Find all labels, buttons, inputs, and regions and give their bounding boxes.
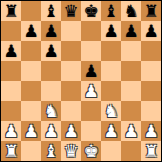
black-rook[interactable]: ♜: [143, 1, 158, 21]
black-rook[interactable]: ♜: [3, 1, 18, 21]
black-pawn[interactable]: ♟: [123, 21, 138, 41]
square-c1[interactable]: ♝: [41, 141, 61, 161]
square-e2[interactable]: [81, 121, 101, 141]
chess-board: ♜♝♛♚♝♞♜♟♟♟♟♟♟♟♟♟♞♞♟♟♟♟♟♟♟♜♝♛♚♜: [1, 1, 161, 161]
square-a5[interactable]: [1, 61, 21, 81]
square-e4[interactable]: ♟: [81, 81, 101, 101]
square-c6[interactable]: ♟: [41, 41, 61, 61]
square-b2[interactable]: ♟: [21, 121, 41, 141]
black-bishop[interactable]: ♝: [43, 1, 58, 21]
square-b1[interactable]: [21, 141, 41, 161]
square-g7[interactable]: ♟: [121, 21, 141, 41]
black-pawn[interactable]: ♟: [23, 21, 38, 41]
square-h3[interactable]: [141, 101, 161, 121]
white-knight[interactable]: ♞: [103, 101, 118, 121]
black-bishop[interactable]: ♝: [103, 1, 118, 21]
square-d6[interactable]: [61, 41, 81, 61]
square-g1[interactable]: [121, 141, 141, 161]
square-c2[interactable]: ♟: [41, 121, 61, 141]
square-f8[interactable]: ♝: [101, 1, 121, 21]
square-b8[interactable]: [21, 1, 41, 21]
square-a3[interactable]: [1, 101, 21, 121]
square-e5[interactable]: ♟: [81, 61, 101, 81]
square-e1[interactable]: ♚: [81, 141, 101, 161]
square-d4[interactable]: [61, 81, 81, 101]
square-a2[interactable]: ♟: [1, 121, 21, 141]
black-queen[interactable]: ♛: [63, 1, 78, 21]
square-f5[interactable]: [101, 61, 121, 81]
white-king[interactable]: ♚: [83, 141, 98, 161]
square-f3[interactable]: ♞: [101, 101, 121, 121]
square-e3[interactable]: [81, 101, 101, 121]
black-king[interactable]: ♚: [83, 1, 98, 21]
white-bishop[interactable]: ♝: [43, 141, 58, 161]
square-f7[interactable]: ♟: [101, 21, 121, 41]
square-c3[interactable]: ♞: [41, 101, 61, 121]
square-h6[interactable]: [141, 41, 161, 61]
black-pawn[interactable]: ♟: [143, 21, 158, 41]
square-b4[interactable]: [21, 81, 41, 101]
square-f4[interactable]: [101, 81, 121, 101]
square-h5[interactable]: [141, 61, 161, 81]
chess-board-frame: ♜♝♛♚♝♞♜♟♟♟♟♟♟♟♟♟♞♞♟♟♟♟♟♟♟♜♝♛♚♜: [0, 0, 162, 162]
square-d5[interactable]: [61, 61, 81, 81]
white-pawn[interactable]: ♟: [23, 121, 38, 141]
square-h7[interactable]: ♟: [141, 21, 161, 41]
square-a8[interactable]: ♜: [1, 1, 21, 21]
white-pawn[interactable]: ♟: [83, 81, 98, 101]
square-a6[interactable]: ♟: [1, 41, 21, 61]
square-d1[interactable]: ♛: [61, 141, 81, 161]
black-knight[interactable]: ♞: [123, 1, 138, 21]
square-e8[interactable]: ♚: [81, 1, 101, 21]
white-pawn[interactable]: ♟: [103, 121, 118, 141]
square-h8[interactable]: ♜: [141, 1, 161, 21]
square-a7[interactable]: [1, 21, 21, 41]
square-g4[interactable]: [121, 81, 141, 101]
black-pawn[interactable]: ♟: [43, 41, 58, 61]
square-g3[interactable]: [121, 101, 141, 121]
square-b6[interactable]: [21, 41, 41, 61]
white-rook[interactable]: ♜: [143, 141, 158, 161]
square-d2[interactable]: ♟: [61, 121, 81, 141]
square-d3[interactable]: [61, 101, 81, 121]
white-pawn[interactable]: ♟: [3, 121, 18, 141]
square-g2[interactable]: ♟: [121, 121, 141, 141]
square-h1[interactable]: ♜: [141, 141, 161, 161]
square-c7[interactable]: ♟: [41, 21, 61, 41]
black-pawn[interactable]: ♟: [83, 61, 98, 81]
square-f1[interactable]: [101, 141, 121, 161]
square-f6[interactable]: [101, 41, 121, 61]
square-d7[interactable]: [61, 21, 81, 41]
square-a1[interactable]: ♜: [1, 141, 21, 161]
white-queen[interactable]: ♛: [63, 141, 78, 161]
square-g6[interactable]: [121, 41, 141, 61]
black-pawn[interactable]: ♟: [103, 21, 118, 41]
square-e6[interactable]: [81, 41, 101, 61]
square-e7[interactable]: [81, 21, 101, 41]
white-knight[interactable]: ♞: [43, 101, 58, 121]
white-pawn[interactable]: ♟: [43, 121, 58, 141]
black-pawn[interactable]: ♟: [43, 21, 58, 41]
black-pawn[interactable]: ♟: [3, 41, 18, 61]
square-g8[interactable]: ♞: [121, 1, 141, 21]
square-c8[interactable]: ♝: [41, 1, 61, 21]
square-b3[interactable]: [21, 101, 41, 121]
square-f2[interactable]: ♟: [101, 121, 121, 141]
square-h2[interactable]: ♟: [141, 121, 161, 141]
square-d8[interactable]: ♛: [61, 1, 81, 21]
square-b5[interactable]: [21, 61, 41, 81]
square-a4[interactable]: [1, 81, 21, 101]
white-rook[interactable]: ♜: [3, 141, 18, 161]
square-g5[interactable]: [121, 61, 141, 81]
white-pawn[interactable]: ♟: [123, 121, 138, 141]
white-pawn[interactable]: ♟: [143, 121, 158, 141]
square-h4[interactable]: [141, 81, 161, 101]
square-c4[interactable]: [41, 81, 61, 101]
square-c5[interactable]: [41, 61, 61, 81]
white-pawn[interactable]: ♟: [63, 121, 78, 141]
square-b7[interactable]: ♟: [21, 21, 41, 41]
